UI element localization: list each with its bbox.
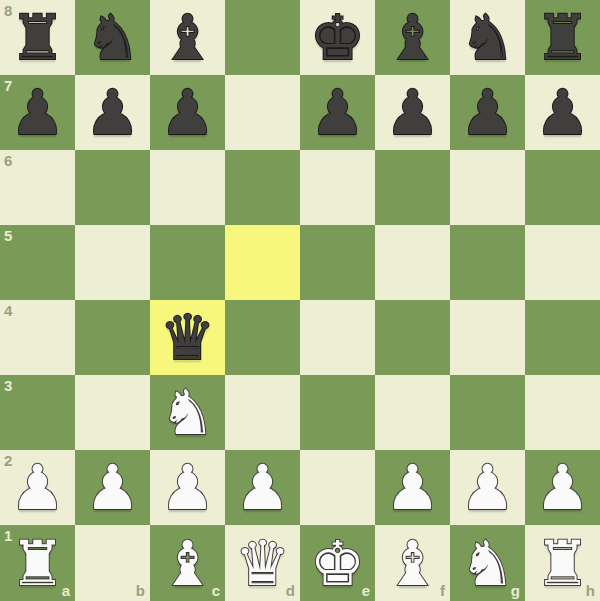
- square-a8[interactable]: 8♜: [0, 0, 75, 75]
- square-d6[interactable]: [225, 150, 300, 225]
- piece-black-pawn[interactable]: ♟: [0, 75, 75, 150]
- square-b5[interactable]: [75, 225, 150, 300]
- square-h2[interactable]: ♟: [525, 450, 600, 525]
- square-g4[interactable]: [450, 300, 525, 375]
- square-c4[interactable]: ♛: [150, 300, 225, 375]
- square-b4[interactable]: [75, 300, 150, 375]
- square-b6[interactable]: [75, 150, 150, 225]
- square-a7[interactable]: 7♟: [0, 75, 75, 150]
- square-g3[interactable]: [450, 375, 525, 450]
- rank-label-5: 5: [4, 228, 12, 243]
- square-f5[interactable]: [375, 225, 450, 300]
- piece-white-pawn[interactable]: ♟: [150, 450, 225, 525]
- square-f1[interactable]: f♝: [375, 525, 450, 601]
- chess-board: 8♜♞♝♚♝♞♜7♟♟♟♟♟♟♟654♛3♞2♟♟♟♟♟♟♟1a♜bc♝d♛e♚…: [0, 0, 600, 601]
- piece-white-bishop[interactable]: ♝: [375, 525, 450, 601]
- square-b1[interactable]: b: [75, 525, 150, 601]
- square-b3[interactable]: [75, 375, 150, 450]
- square-f6[interactable]: [375, 150, 450, 225]
- square-g5[interactable]: [450, 225, 525, 300]
- square-h1[interactable]: h♜: [525, 525, 600, 601]
- piece-white-knight[interactable]: ♞: [150, 375, 225, 450]
- piece-black-rook[interactable]: ♜: [0, 0, 75, 75]
- square-e1[interactable]: e♚: [300, 525, 375, 601]
- square-a4[interactable]: 4: [0, 300, 75, 375]
- piece-white-knight[interactable]: ♞: [450, 525, 525, 601]
- square-e8[interactable]: ♚: [300, 0, 375, 75]
- square-c3[interactable]: ♞: [150, 375, 225, 450]
- piece-black-bishop[interactable]: ♝: [375, 0, 450, 75]
- piece-black-queen[interactable]: ♛: [150, 300, 225, 375]
- square-f2[interactable]: ♟: [375, 450, 450, 525]
- piece-black-king[interactable]: ♚: [300, 0, 375, 75]
- rank-label-4: 4: [4, 303, 12, 318]
- piece-black-pawn[interactable]: ♟: [525, 75, 600, 150]
- square-d2[interactable]: ♟: [225, 450, 300, 525]
- square-b8[interactable]: ♞: [75, 0, 150, 75]
- square-c1[interactable]: c♝: [150, 525, 225, 601]
- piece-black-bishop[interactable]: ♝: [150, 0, 225, 75]
- square-g1[interactable]: g♞: [450, 525, 525, 601]
- square-h5[interactable]: [525, 225, 600, 300]
- square-f8[interactable]: ♝: [375, 0, 450, 75]
- square-e6[interactable]: [300, 150, 375, 225]
- square-b2[interactable]: ♟: [75, 450, 150, 525]
- piece-white-queen[interactable]: ♛: [225, 525, 300, 601]
- piece-white-pawn[interactable]: ♟: [0, 450, 75, 525]
- piece-black-knight[interactable]: ♞: [75, 0, 150, 75]
- square-h7[interactable]: ♟: [525, 75, 600, 150]
- piece-black-pawn[interactable]: ♟: [300, 75, 375, 150]
- rank-label-3: 3: [4, 378, 12, 393]
- piece-white-king[interactable]: ♚: [300, 525, 375, 601]
- square-c2[interactable]: ♟: [150, 450, 225, 525]
- square-g7[interactable]: ♟: [450, 75, 525, 150]
- piece-white-pawn[interactable]: ♟: [75, 450, 150, 525]
- square-d8[interactable]: [225, 0, 300, 75]
- square-e5[interactable]: [300, 225, 375, 300]
- square-a3[interactable]: 3: [0, 375, 75, 450]
- piece-white-pawn[interactable]: ♟: [450, 450, 525, 525]
- square-d7[interactable]: [225, 75, 300, 150]
- square-a6[interactable]: 6: [0, 150, 75, 225]
- square-e4[interactable]: [300, 300, 375, 375]
- square-d4[interactable]: [225, 300, 300, 375]
- piece-black-pawn[interactable]: ♟: [450, 75, 525, 150]
- piece-black-pawn[interactable]: ♟: [375, 75, 450, 150]
- piece-black-knight[interactable]: ♞: [450, 0, 525, 75]
- square-e7[interactable]: ♟: [300, 75, 375, 150]
- piece-white-pawn[interactable]: ♟: [375, 450, 450, 525]
- piece-black-pawn[interactable]: ♟: [75, 75, 150, 150]
- square-d5[interactable]: [225, 225, 300, 300]
- square-a5[interactable]: 5: [0, 225, 75, 300]
- square-e3[interactable]: [300, 375, 375, 450]
- square-f4[interactable]: [375, 300, 450, 375]
- square-c5[interactable]: [150, 225, 225, 300]
- square-c8[interactable]: ♝: [150, 0, 225, 75]
- square-g6[interactable]: [450, 150, 525, 225]
- piece-white-pawn[interactable]: ♟: [525, 450, 600, 525]
- square-a2[interactable]: 2♟: [0, 450, 75, 525]
- rank-label-6: 6: [4, 153, 12, 168]
- square-d3[interactable]: [225, 375, 300, 450]
- square-b7[interactable]: ♟: [75, 75, 150, 150]
- square-g2[interactable]: ♟: [450, 450, 525, 525]
- file-label-b: b: [136, 583, 145, 598]
- square-d1[interactable]: d♛: [225, 525, 300, 601]
- piece-black-pawn[interactable]: ♟: [150, 75, 225, 150]
- square-c6[interactable]: [150, 150, 225, 225]
- piece-black-rook[interactable]: ♜: [525, 0, 600, 75]
- piece-white-pawn[interactable]: ♟: [225, 450, 300, 525]
- piece-white-rook[interactable]: ♜: [525, 525, 600, 601]
- square-e2[interactable]: [300, 450, 375, 525]
- square-h6[interactable]: [525, 150, 600, 225]
- piece-white-rook[interactable]: ♜: [0, 525, 75, 601]
- square-h3[interactable]: [525, 375, 600, 450]
- piece-white-bishop[interactable]: ♝: [150, 525, 225, 601]
- square-a1[interactable]: 1a♜: [0, 525, 75, 601]
- square-f3[interactable]: [375, 375, 450, 450]
- square-g8[interactable]: ♞: [450, 0, 525, 75]
- square-h8[interactable]: ♜: [525, 0, 600, 75]
- square-h4[interactable]: [525, 300, 600, 375]
- square-c7[interactable]: ♟: [150, 75, 225, 150]
- square-f7[interactable]: ♟: [375, 75, 450, 150]
